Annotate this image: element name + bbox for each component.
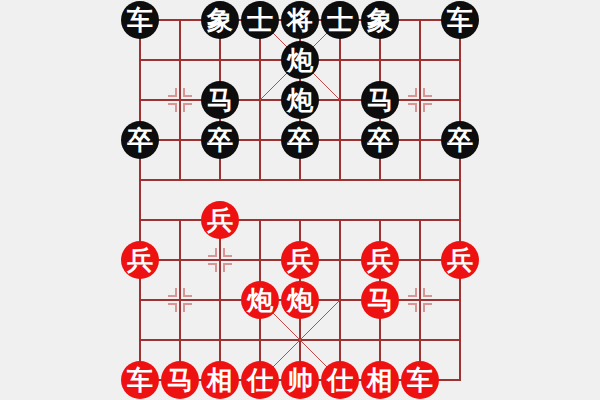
board-point-1-9: 马 [160, 360, 200, 400]
board-point-4-7: 炮 [280, 280, 320, 320]
board-point-0-9: 车 [120, 360, 160, 400]
board-point-3-9: 仕 [240, 360, 280, 400]
board-point-4-0: 将 [280, 0, 320, 40]
piece-red-chariot[interactable]: 车 [401, 361, 439, 399]
board-point-6-3: 卒 [360, 120, 400, 160]
piece-black-soldier[interactable]: 卒 [441, 121, 479, 159]
board-point-2-9: 相 [200, 360, 240, 400]
board-point-4-3: 卒 [280, 120, 320, 160]
xiangqi-app: 车象士将士象车炮马炮马卒卒卒卒卒兵兵兵兵兵炮炮马车马相仕帅仕相车 [0, 0, 600, 400]
piece-red-advisor[interactable]: 仕 [241, 361, 279, 399]
board-point-3-0: 士 [240, 0, 280, 40]
board-point-2-5: 兵 [200, 200, 240, 240]
board-point-5-9: 仕 [320, 360, 360, 400]
board-point-8-6: 兵 [440, 240, 480, 280]
piece-red-advisor[interactable]: 仕 [321, 361, 359, 399]
piece-black-soldier[interactable]: 卒 [201, 121, 239, 159]
board-point-6-9: 相 [360, 360, 400, 400]
piece-red-elephant[interactable]: 相 [201, 361, 239, 399]
piece-red-horse[interactable]: 马 [361, 281, 399, 319]
board-point-0-3: 卒 [120, 120, 160, 160]
piece-black-advisor[interactable]: 士 [241, 1, 279, 39]
board-point-5-0: 士 [320, 0, 360, 40]
board-point-2-0: 象 [200, 0, 240, 40]
board-point-4-9: 帅 [280, 360, 320, 400]
board-point-6-6: 兵 [360, 240, 400, 280]
board-point-8-0: 车 [440, 0, 480, 40]
piece-black-soldier[interactable]: 卒 [121, 121, 159, 159]
board-point-3-7: 炮 [240, 280, 280, 320]
piece-red-soldier[interactable]: 兵 [121, 241, 159, 279]
piece-red-cannon[interactable]: 炮 [241, 281, 279, 319]
piece-red-horse[interactable]: 马 [161, 361, 199, 399]
board-point-2-3: 卒 [200, 120, 240, 160]
piece-red-general[interactable]: 帅 [281, 361, 319, 399]
board-point-6-2: 马 [360, 80, 400, 120]
piece-black-advisor[interactable]: 士 [321, 1, 359, 39]
piece-black-soldier[interactable]: 卒 [361, 121, 399, 159]
board-point-2-2: 马 [200, 80, 240, 120]
board-point-8-3: 卒 [440, 120, 480, 160]
piece-black-chariot[interactable]: 车 [121, 1, 159, 39]
board-point-0-0: 车 [120, 0, 160, 40]
piece-black-horse[interactable]: 马 [201, 81, 239, 119]
board-point-0-6: 兵 [120, 240, 160, 280]
board-point-6-0: 象 [360, 0, 400, 40]
board-point-4-6: 兵 [280, 240, 320, 280]
piece-black-soldier[interactable]: 卒 [281, 121, 319, 159]
piece-red-chariot[interactable]: 车 [121, 361, 159, 399]
piece-black-horse[interactable]: 马 [361, 81, 399, 119]
piece-black-general[interactable]: 将 [281, 1, 319, 39]
piece-red-soldier[interactable]: 兵 [361, 241, 399, 279]
board-point-6-7: 马 [360, 280, 400, 320]
piece-red-soldier[interactable]: 兵 [201, 201, 239, 239]
piece-red-soldier[interactable]: 兵 [441, 241, 479, 279]
piece-black-cannon[interactable]: 炮 [281, 41, 319, 79]
xiangqi-board: 车象士将士象车炮马炮马卒卒卒卒卒兵兵兵兵兵炮炮马车马相仕帅仕相车 [120, 0, 480, 400]
piece-black-cannon[interactable]: 炮 [281, 81, 319, 119]
piece-red-cannon[interactable]: 炮 [281, 281, 319, 319]
piece-black-chariot[interactable]: 车 [441, 1, 479, 39]
piece-black-elephant[interactable]: 象 [201, 1, 239, 39]
piece-red-elephant[interactable]: 相 [361, 361, 399, 399]
piece-red-soldier[interactable]: 兵 [281, 241, 319, 279]
board-point-7-9: 车 [400, 360, 440, 400]
piece-black-elephant[interactable]: 象 [361, 1, 399, 39]
board-point-4-1: 炮 [280, 40, 320, 80]
board-point-4-2: 炮 [280, 80, 320, 120]
